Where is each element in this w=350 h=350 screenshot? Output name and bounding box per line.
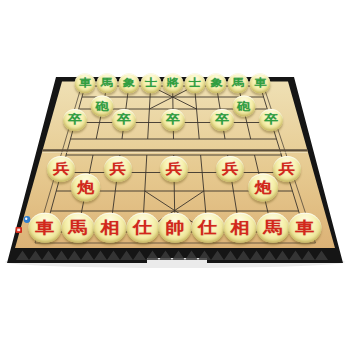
- piece-character: 炮: [77, 180, 94, 195]
- piece-character: 卒: [117, 114, 131, 126]
- piece-r0c6-green[interactable]: 象: [206, 74, 227, 93]
- piece-r9c6-red[interactable]: 相: [224, 213, 257, 243]
- piece-r0c4-green[interactable]: 將: [162, 74, 183, 93]
- piece-r2c1-green[interactable]: 砲: [91, 96, 114, 117]
- piece-character: 將: [167, 78, 179, 88]
- piece-r3c4-green[interactable]: 卒: [161, 109, 185, 131]
- piece-r9c2-red[interactable]: 相: [94, 213, 127, 243]
- piece-r7c1-red[interactable]: 炮: [71, 174, 101, 201]
- piece-character: 仕: [133, 220, 152, 236]
- piece-character: 相: [231, 220, 250, 236]
- piece-r9c5-red[interactable]: 仕: [191, 213, 224, 243]
- piece-character: 卒: [215, 114, 229, 126]
- piece-character: 馬: [101, 78, 113, 88]
- piece-character: 士: [189, 78, 201, 88]
- piece-r3c6-green[interactable]: 卒: [210, 109, 234, 131]
- piece-character: 士: [145, 78, 157, 88]
- piece-r6c0-red[interactable]: 兵: [47, 156, 75, 182]
- piece-character: 帥: [166, 220, 185, 236]
- piece-character: 車: [254, 78, 266, 88]
- piece-character: 兵: [222, 162, 238, 176]
- piece-character: 象: [210, 78, 222, 88]
- piece-r9c7-red[interactable]: 馬: [256, 213, 289, 243]
- piece-character: 車: [36, 220, 55, 236]
- piece-r9c0-red[interactable]: 車: [29, 213, 62, 243]
- piece-r6c8-red[interactable]: 兵: [273, 156, 301, 182]
- piece-r0c8-green[interactable]: 車: [250, 74, 271, 93]
- piece-character: 卒: [166, 114, 180, 126]
- piece-character: 相: [101, 220, 120, 236]
- piece-r3c2-green[interactable]: 卒: [112, 109, 136, 131]
- piece-character: 卒: [68, 114, 82, 126]
- piece-character: 兵: [110, 162, 126, 176]
- piece-character: 砲: [96, 101, 109, 112]
- piece-r3c8-green[interactable]: 卒: [259, 109, 283, 131]
- piece-r0c5-green[interactable]: 士: [184, 74, 205, 93]
- piece-character: 炮: [254, 180, 271, 195]
- piece-r0c1-green[interactable]: 馬: [96, 74, 117, 93]
- piece-character: 兵: [279, 162, 295, 176]
- piece-character: 馬: [263, 220, 282, 236]
- piece-r0c2-green[interactable]: 象: [118, 74, 139, 93]
- piece-r9c8-red[interactable]: 車: [289, 213, 322, 243]
- piece-character: 兵: [53, 162, 69, 176]
- piece-r6c4-red[interactable]: 兵: [160, 156, 188, 182]
- piece-character: 象: [123, 78, 135, 88]
- piece-character: 馬: [68, 220, 87, 236]
- piece-r6c2-red[interactable]: 兵: [104, 156, 132, 182]
- piece-character: 車: [296, 220, 315, 236]
- piece-character: 車: [79, 78, 91, 88]
- xiangqi-set-photo: 車馬象士將士象馬車砲砲卒卒卒卒卒兵兵兵兵兵炮炮車馬相仕帥仕相馬車: [0, 0, 350, 350]
- piece-r9c3-red[interactable]: 仕: [126, 213, 159, 243]
- piece-r0c0-green[interactable]: 車: [75, 74, 96, 93]
- piece-r7c7-red[interactable]: 炮: [248, 174, 278, 201]
- piece-r2c7-green[interactable]: 砲: [232, 96, 255, 117]
- piece-character: 砲: [237, 101, 250, 112]
- piece-r0c7-green[interactable]: 馬: [228, 74, 249, 93]
- piece-r6c6-red[interactable]: 兵: [216, 156, 244, 182]
- piece-character: 仕: [198, 220, 217, 236]
- piece-r3c0-green[interactable]: 卒: [63, 109, 87, 131]
- piece-character: 卒: [265, 114, 279, 126]
- piece-r0c3-green[interactable]: 士: [140, 74, 161, 93]
- pieces-layer: 車馬象士將士象馬車砲砲卒卒卒卒卒兵兵兵兵兵炮炮車馬相仕帥仕相馬車: [0, 0, 350, 350]
- piece-character: 馬: [232, 78, 244, 88]
- piece-r9c4-red[interactable]: 帥: [159, 213, 192, 243]
- piece-r9c1-red[interactable]: 馬: [61, 213, 94, 243]
- piece-character: 兵: [166, 162, 182, 176]
